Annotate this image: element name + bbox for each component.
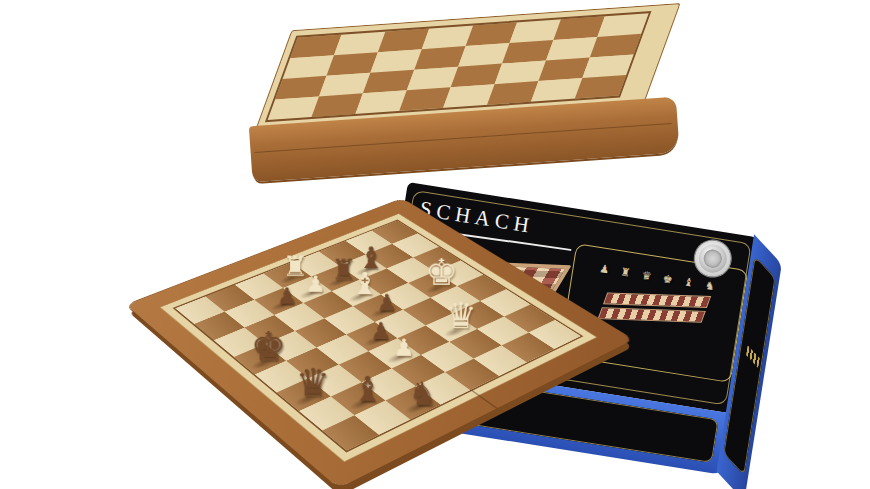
closed-square bbox=[575, 75, 626, 99]
case-flap-bottom bbox=[598, 307, 706, 322]
piece-black-pawn: ♟ bbox=[370, 320, 391, 343]
piece-white-queen: ♛ bbox=[445, 298, 477, 334]
product-photo-scene: SCHACH ♟♞♝♟ ♟ ♜ ♛ ♚ ♝ ♞ bbox=[0, 0, 870, 489]
piece-white-pawn: ♟ bbox=[393, 336, 414, 360]
silver-badge-core bbox=[702, 248, 723, 269]
piece-white-pawn: ♟ bbox=[306, 273, 326, 295]
piece-black-king: ♚ bbox=[251, 326, 287, 366]
piece-black-pawn: ♟ bbox=[277, 285, 297, 307]
piece-white-rook: ♜ bbox=[283, 252, 308, 280]
piece-black-pawn: ♟ bbox=[377, 292, 397, 315]
board-maple-border: ♜♟♟♜♝♝♚♟♚♟♛♟♛♝♞ bbox=[161, 214, 596, 461]
piece-black-knight: ♞ bbox=[408, 378, 437, 410]
piece-white-bishop: ♝ bbox=[351, 268, 378, 299]
piece-white-king: ♚ bbox=[425, 254, 458, 291]
board-8x8-grid: ♜♟♟♜♝♝♚♟♚♟♛♟♛♝♞ bbox=[175, 221, 580, 451]
box-art-open-case bbox=[598, 292, 712, 322]
piece-black-bishop: ♝ bbox=[352, 372, 383, 406]
board-plane: ♜♟♟♜♝♝♚♟♚♟♛♟♛♝♞ bbox=[126, 199, 633, 489]
box-side-emblem-icon bbox=[746, 345, 760, 368]
open-chess-board: ♜♟♟♜♝♝♚♟♚♟♛♟♛♝♞ bbox=[185, 132, 565, 489]
case-flap-top bbox=[603, 292, 711, 307]
board-wooden-frame: ♜♟♟♜♝♝♚♟♚♟♛♟♛♝♞ bbox=[126, 199, 633, 489]
piece-black-queen: ♛ bbox=[296, 364, 330, 402]
square-g1 bbox=[502, 333, 555, 363]
